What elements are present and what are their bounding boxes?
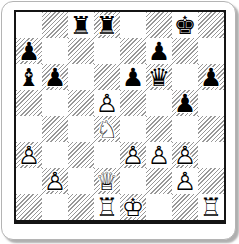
black-bishop: ♝ [16, 64, 42, 90]
black-pawn: ♟ [198, 64, 224, 90]
square-c7 [68, 38, 94, 64]
square-a7: ♟ [16, 38, 42, 64]
square-a5 [16, 90, 42, 116]
square-g4 [172, 116, 198, 142]
square-h4 [198, 116, 224, 142]
square-e8 [120, 12, 146, 38]
square-g2: ♟♙ [172, 168, 198, 194]
square-b1 [42, 194, 68, 220]
white-king: ♔ [120, 194, 146, 220]
square-h6: ♟ [198, 64, 224, 90]
square-c3 [68, 142, 94, 168]
square-g1 [172, 194, 198, 220]
square-d5: ♟♙ [94, 90, 120, 116]
white-pawn-body: ♟ [120, 142, 146, 168]
square-c6 [68, 64, 94, 90]
square-b2: ♟♙ [42, 168, 68, 194]
square-c2 [68, 168, 94, 194]
square-d6 [94, 64, 120, 90]
black-rook: ♜ [68, 12, 94, 38]
white-rook: ♖ [198, 194, 224, 220]
square-c5 [68, 90, 94, 116]
square-f7: ♟ [146, 38, 172, 64]
square-f5 [146, 90, 172, 116]
square-a6: ♝ [16, 64, 42, 90]
square-c4 [68, 116, 94, 142]
white-pawn-body: ♟ [172, 142, 198, 168]
square-e5 [120, 90, 146, 116]
white-pawn-body: ♟ [94, 90, 120, 116]
square-d1: ♜♖ [94, 194, 120, 220]
black-pawn: ♟ [42, 64, 68, 90]
square-g3: ♟♙ [172, 142, 198, 168]
square-b3 [42, 142, 68, 168]
white-pawn: ♙ [16, 142, 42, 168]
square-a2 [16, 168, 42, 194]
white-pawn: ♙ [172, 168, 198, 194]
square-a8 [16, 12, 42, 38]
square-b8 [42, 12, 68, 38]
square-f3: ♟♙ [146, 142, 172, 168]
square-b7 [42, 38, 68, 64]
square-h8 [198, 12, 224, 38]
square-f2 [146, 168, 172, 194]
black-king: ♚ [172, 12, 198, 38]
white-pawn: ♙ [42, 168, 68, 194]
square-f8 [146, 12, 172, 38]
square-b4 [42, 116, 68, 142]
square-d3 [94, 142, 120, 168]
black-pawn: ♟ [172, 90, 198, 116]
square-h7 [198, 38, 224, 64]
square-g5: ♟ [172, 90, 198, 116]
square-d7 [94, 38, 120, 64]
square-d8: ♜ [94, 12, 120, 38]
square-h3 [198, 142, 224, 168]
square-d4: ♞♘ [94, 116, 120, 142]
square-f1 [146, 194, 172, 220]
white-knight-body: ♞ [94, 116, 120, 142]
square-b6: ♟ [42, 64, 68, 90]
square-a1 [16, 194, 42, 220]
square-e6: ♟ [120, 64, 146, 90]
square-e7 [120, 38, 146, 64]
white-pawn: ♙ [94, 90, 120, 116]
square-b5 [42, 90, 68, 116]
square-g6 [172, 64, 198, 90]
white-pawn-body: ♟ [146, 142, 172, 168]
white-knight: ♘ [94, 116, 120, 142]
square-g7 [172, 38, 198, 64]
square-e3: ♟♙ [120, 142, 146, 168]
white-queen-body: ♛ [94, 168, 120, 194]
white-pawn: ♙ [120, 142, 146, 168]
square-f4 [146, 116, 172, 142]
white-rook-body: ♜ [94, 194, 120, 220]
square-a3: ♟♙ [16, 142, 42, 168]
white-pawn-body: ♟ [172, 168, 198, 194]
black-rook: ♜ [94, 12, 120, 38]
square-h5 [198, 90, 224, 116]
square-h1: ♜♖ [198, 194, 224, 220]
white-pawn: ♙ [172, 142, 198, 168]
black-pawn: ♟ [16, 38, 42, 64]
chess-board: ♜♜♚♟♟♝♟♟♛♟♟♙♟♞♘♟♙♟♙♟♙♟♙♟♙♛♕♟♙♜♖♚♔♜♖ [14, 10, 226, 224]
black-queen: ♛ [146, 64, 172, 90]
square-e1: ♚♔ [120, 194, 146, 220]
square-d2: ♛♕ [94, 168, 120, 194]
square-c8: ♜ [68, 12, 94, 38]
square-f6: ♛ [146, 64, 172, 90]
white-pawn-body: ♟ [16, 142, 42, 168]
white-king-body: ♚ [120, 194, 146, 220]
white-rook: ♖ [94, 194, 120, 220]
square-a4 [16, 116, 42, 142]
black-pawn: ♟ [146, 38, 172, 64]
white-pawn-body: ♟ [42, 168, 68, 194]
square-e2 [120, 168, 146, 194]
square-h2 [198, 168, 224, 194]
white-pawn: ♙ [146, 142, 172, 168]
square-c1 [68, 194, 94, 220]
white-queen: ♕ [94, 168, 120, 194]
diagram-frame: ♜♜♚♟♟♝♟♟♛♟♟♙♟♞♘♟♙♟♙♟♙♟♙♟♙♛♕♟♙♜♖♚♔♜♖ [1, 1, 236, 240]
square-e4 [120, 116, 146, 142]
square-g8: ♚ [172, 12, 198, 38]
white-rook-body: ♜ [198, 194, 224, 220]
black-pawn: ♟ [120, 64, 146, 90]
